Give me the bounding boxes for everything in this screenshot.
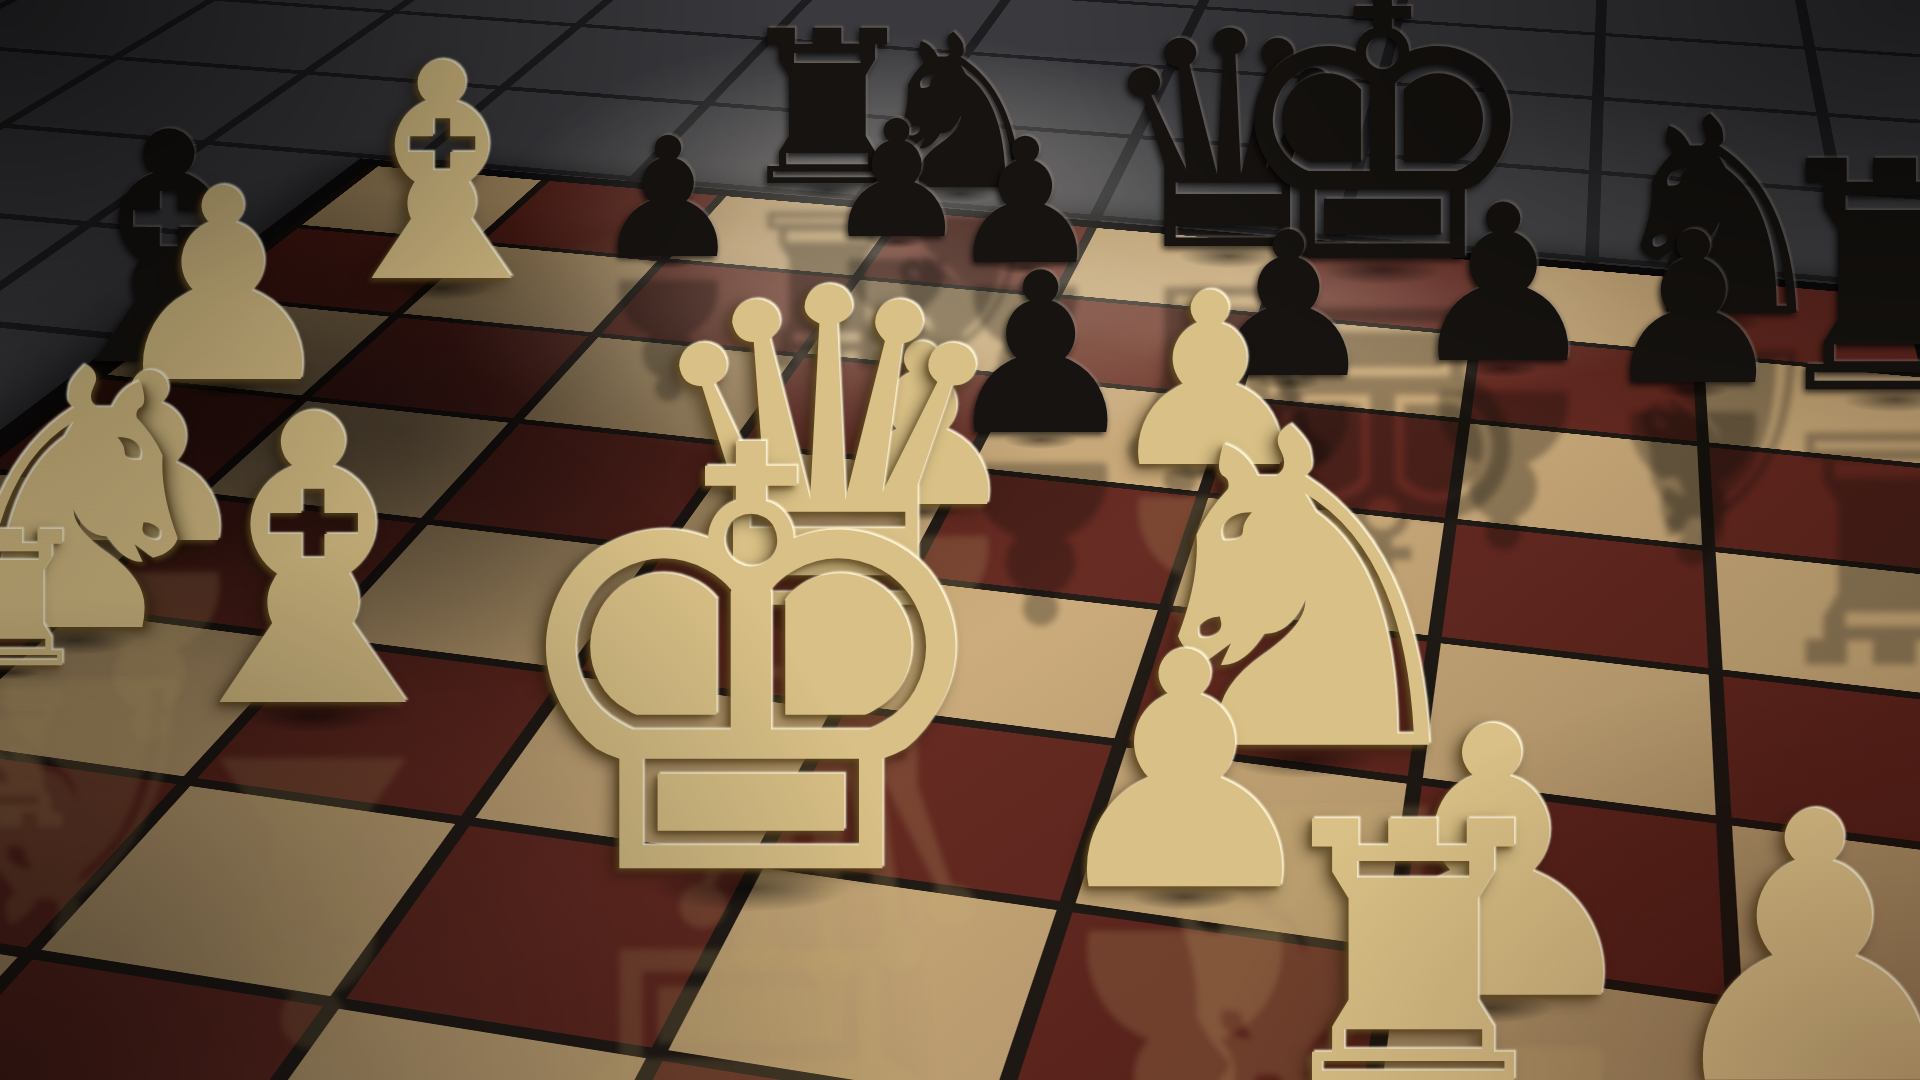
white-rook-icon: ♜ <box>0 508 93 694</box>
white-pawn-icon: ♟ <box>1648 766 1920 1080</box>
black-rook-icon: ♜ <box>1753 121 1920 438</box>
white-king-icon: ♚ <box>488 373 1012 958</box>
white-bishop-icon: ♝ <box>308 25 576 324</box>
chess-3d-scene: ♜♜♞♞♟♟♛♛♟♟♟♟♚♚♝♞♞♟♟♝♟♟♟♟♟♜♜♟♟♟♟♟♟♟♟♛♛♞♞♜… <box>0 0 1920 1080</box>
white-bishop-icon: ♝ <box>134 365 492 764</box>
white-rook-icon: ♜ <box>1252 777 1574 1080</box>
